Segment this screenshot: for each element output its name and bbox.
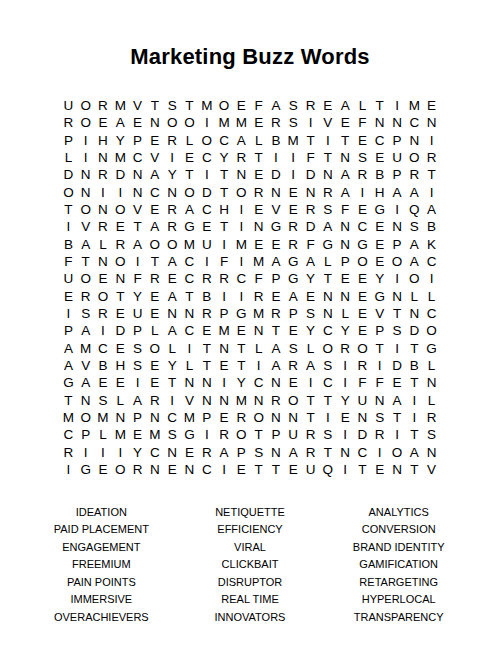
grid-cell: M (198, 97, 215, 114)
grid-cell: H (371, 184, 388, 201)
grid-cell: Y (164, 166, 181, 183)
grid-cell: D (302, 218, 319, 235)
word-list-item: GAMIFICATION (324, 556, 473, 574)
grid-cell: I (233, 288, 250, 305)
grid-cell: T (77, 253, 94, 270)
grid-cell: M (112, 149, 129, 166)
grid-cell: I (129, 253, 146, 270)
grid-cell: G (285, 253, 302, 270)
grid-cell: N (94, 149, 111, 166)
grid-cell: I (77, 149, 94, 166)
grid-cell: L (406, 288, 423, 305)
grid-cell: E (250, 201, 267, 218)
grid-cell: T (250, 427, 267, 444)
grid-cell: E (371, 218, 388, 235)
grid-cell: M (77, 340, 94, 357)
grid-cell: T (267, 461, 284, 478)
word-list-item: FREEMIUM (27, 556, 176, 574)
grid-cell: P (129, 132, 146, 149)
grid-cell: N (406, 305, 423, 322)
grid-cell: M (233, 392, 250, 409)
grid-cell: O (388, 253, 405, 270)
word-list-item: ANALYTICS (324, 504, 473, 522)
grid-cell: R (302, 444, 319, 461)
grid-cell: T (164, 375, 181, 392)
grid-cell: N (181, 461, 198, 478)
grid-cell: N (146, 461, 163, 478)
grid-cell: Y (302, 322, 319, 339)
grid-cell: B (371, 166, 388, 183)
grid-cell: R (302, 201, 319, 218)
grid-cell: P (198, 409, 215, 426)
grid-cell: E (181, 149, 198, 166)
grid-cell: D (354, 427, 371, 444)
grid-cell: M (60, 409, 77, 426)
grid-cell: F (336, 201, 353, 218)
grid-cell: N (164, 305, 181, 322)
grid-cell: C (181, 322, 198, 339)
grid-cell: P (371, 322, 388, 339)
grid-cell: I (371, 444, 388, 461)
grid-cell: D (112, 322, 129, 339)
grid-cell: A (267, 340, 284, 357)
grid-cell: E (285, 201, 302, 218)
grid-cell: A (406, 184, 423, 201)
grid-cell: N (336, 288, 353, 305)
grid-cell: P (336, 253, 353, 270)
grid-cell: P (388, 236, 405, 253)
grid-cell: M (406, 97, 423, 114)
grid-cell: S (94, 392, 111, 409)
grid-cell: Q (319, 461, 336, 478)
grid-cell: E (146, 357, 163, 374)
grid-cell: U (354, 392, 371, 409)
grid-cell: F (129, 270, 146, 287)
grid-cell: C (354, 218, 371, 235)
grid-cell: L (164, 340, 181, 357)
grid-cell: T (302, 132, 319, 149)
grid-cell: I (406, 409, 423, 426)
grid-cell: T (371, 97, 388, 114)
grid-cell: E (250, 166, 267, 183)
grid-cell: G (60, 375, 77, 392)
grid-cell: S (319, 201, 336, 218)
grid-cell: R (60, 114, 77, 131)
grid-cell: U (60, 270, 77, 287)
grid-cell: E (198, 322, 215, 339)
grid-cell: I (250, 357, 267, 374)
grid-cell: G (233, 305, 250, 322)
grid-cell: I (285, 166, 302, 183)
grid-cell: V (129, 201, 146, 218)
grid-cell: E (371, 461, 388, 478)
grid-cell: R (336, 340, 353, 357)
grid-cell: I (60, 305, 77, 322)
grid-cell: R (371, 427, 388, 444)
grid-cell: N (319, 166, 336, 183)
grid-cell: T (423, 166, 440, 183)
grid-cell: R (267, 305, 284, 322)
grid-cell: A (164, 322, 181, 339)
grid-cell: N (336, 444, 353, 461)
grid-cell: T (302, 409, 319, 426)
grid-cell: C (371, 132, 388, 149)
grid-cell: B (198, 288, 215, 305)
grid-cell: N (181, 375, 198, 392)
grid-cell: I (319, 409, 336, 426)
grid-cell: C (60, 427, 77, 444)
grid-cell: P (267, 427, 284, 444)
grid-cell: T (267, 322, 284, 339)
grid-cell: C (319, 375, 336, 392)
grid-cell: N (423, 114, 440, 131)
grid-cell: E (285, 461, 302, 478)
grid-cell: O (233, 184, 250, 201)
grid-cell: I (215, 461, 232, 478)
grid-cell: E (129, 427, 146, 444)
grid-cell: N (267, 409, 284, 426)
grid-cell: E (354, 132, 371, 149)
grid-cell: R (233, 409, 250, 426)
grid-cell: F (371, 375, 388, 392)
grid-cell: S (285, 114, 302, 131)
grid-cell: O (77, 270, 94, 287)
grid-cell: N (77, 184, 94, 201)
grid-cell: N (388, 114, 405, 131)
grid-cell: A (388, 184, 405, 201)
grid-cell: N (388, 218, 405, 235)
grid-cell: A (336, 184, 353, 201)
grid-cell: Y (233, 375, 250, 392)
grid-cell: C (129, 149, 146, 166)
grid-cell: I (388, 201, 405, 218)
grid-cell: N (302, 184, 319, 201)
grid-cell: E (215, 409, 232, 426)
grid-cell: R (198, 305, 215, 322)
grid-cell: O (146, 340, 163, 357)
grid-cell: E (129, 114, 146, 131)
grid-cell: H (112, 357, 129, 374)
word-list-item: TRANSPARENCY (324, 609, 473, 627)
grid-cell: T (112, 288, 129, 305)
grid-cell: R (406, 166, 423, 183)
grid-cell: M (215, 322, 232, 339)
grid-cell: R (112, 236, 129, 253)
grid-cell: R (423, 149, 440, 166)
grid-cell: T (198, 340, 215, 357)
grid-cell: R (215, 270, 232, 287)
grid-cell: T (319, 392, 336, 409)
grid-cell: U (198, 236, 215, 253)
grid-cell: T (215, 166, 232, 183)
grid-cell: E (146, 132, 163, 149)
grid-cell: Y (336, 322, 353, 339)
grid-cell: I (319, 132, 336, 149)
grid-cell: R (129, 461, 146, 478)
grid-cell: I (60, 461, 77, 478)
grid-cell: O (388, 444, 405, 461)
grid-cell: T (233, 357, 250, 374)
grid-cell: I (388, 97, 405, 114)
grid-cell: N (146, 114, 163, 131)
grid-cell: L (250, 132, 267, 149)
grid-cell: C (164, 409, 181, 426)
grid-cell: E (354, 305, 371, 322)
grid-cell: E (233, 97, 250, 114)
grid-cell: G (319, 236, 336, 253)
grid-cell: I (94, 184, 111, 201)
word-list-item: OVERACHIEVERS (27, 609, 176, 627)
grid-cell: R (146, 270, 163, 287)
grid-cell: F (302, 149, 319, 166)
grid-cell: H (94, 132, 111, 149)
grid-cell: I (129, 375, 146, 392)
grid-cell: I (77, 132, 94, 149)
grid-cell: T (388, 409, 405, 426)
grid-cell: I (302, 375, 319, 392)
grid-cell: R (198, 270, 215, 287)
grid-cell: O (112, 253, 129, 270)
grid-cell: G (77, 461, 94, 478)
grid-cell: M (250, 305, 267, 322)
grid-cell: C (181, 253, 198, 270)
grid-cell: E (285, 375, 302, 392)
grid-cell: O (233, 427, 250, 444)
grid-cell: N (129, 184, 146, 201)
grid-cell: O (164, 236, 181, 253)
grid-cell: Y (215, 149, 232, 166)
grid-cell: S (129, 340, 146, 357)
word-list-item: ENGAGEMENT (27, 539, 176, 557)
grid-cell: I (336, 375, 353, 392)
grid-cell: T (319, 149, 336, 166)
grid-cell: A (285, 444, 302, 461)
grid-cell: E (267, 288, 284, 305)
grid-cell: P (233, 444, 250, 461)
grid-cell: B (406, 357, 423, 374)
grid-cell: I (112, 184, 129, 201)
word-list-item: EFFICIENCY (176, 521, 325, 539)
grid-cell: A (60, 340, 77, 357)
grid-cell: E (215, 357, 232, 374)
grid-cell: O (77, 201, 94, 218)
grid-cell: C (94, 340, 111, 357)
grid-cell: A (164, 288, 181, 305)
grid-cell: N (198, 375, 215, 392)
grid-cell: M (94, 409, 111, 426)
grid-cell: A (77, 322, 94, 339)
grid-cell: T (215, 218, 232, 235)
grid-cell: R (302, 97, 319, 114)
grid-cell: E (146, 201, 163, 218)
grid-cell: N (164, 184, 181, 201)
grid-cell: Q (406, 201, 423, 218)
grid-cell: F (354, 375, 371, 392)
grid-cell: O (285, 392, 302, 409)
word-list-item: HYPERLOCAL (324, 591, 473, 609)
grid-cell: E (164, 461, 181, 478)
grid-cell: S (77, 305, 94, 322)
grid-cell: M (146, 427, 163, 444)
grid-cell: E (164, 270, 181, 287)
word-search-page: Marketing Buzz Words UORMVTSTMOEFASREALT… (0, 0, 500, 647)
grid-cell: N (181, 305, 198, 322)
grid-cell: D (406, 322, 423, 339)
word-search-grid: UORMVTSTMOEFASREALTIMEROEAENOOIMMERSIVEF… (60, 97, 441, 479)
grid-cell: S (129, 357, 146, 374)
grid-cell: I (267, 149, 284, 166)
grid-cell: T (406, 375, 423, 392)
grid-cell: A (302, 357, 319, 374)
grid-cell: M (285, 132, 302, 149)
grid-cell: N (112, 409, 129, 426)
grid-cell: G (423, 340, 440, 357)
grid-cell: V (371, 305, 388, 322)
grid-cell: R (164, 132, 181, 149)
grid-cell: O (406, 149, 423, 166)
word-list-column-2: NETIQUETTEEFFICIENCYVIRALCLICKBAITDISRUP… (176, 504, 325, 627)
grid-cell: O (354, 340, 371, 357)
grid-cell: P (267, 270, 284, 287)
grid-cell: A (215, 444, 232, 461)
grid-cell: R (94, 97, 111, 114)
grid-cell: A (77, 375, 94, 392)
grid-cell: L (302, 340, 319, 357)
grid-cell: G (181, 427, 198, 444)
grid-cell: S (164, 97, 181, 114)
grid-cell: S (319, 357, 336, 374)
grid-cell: E (336, 114, 353, 131)
grid-cell: I (406, 392, 423, 409)
grid-cell: P (60, 132, 77, 149)
grid-cell: N (406, 132, 423, 149)
grid-cell: Y (112, 132, 129, 149)
grid-cell: I (60, 218, 77, 235)
grid-cell: I (423, 184, 440, 201)
grid-cell: S (285, 340, 302, 357)
grid-cell: E (233, 461, 250, 478)
grid-cell: N (319, 305, 336, 322)
grid-cell: E (198, 218, 215, 235)
grid-cell: E (354, 322, 371, 339)
grid-cell: R (77, 288, 94, 305)
grid-cell: E (336, 409, 353, 426)
grid-cell: C (146, 444, 163, 461)
grid-cell: I (215, 236, 232, 253)
grid-cell: N (336, 218, 353, 235)
grid-cell: E (146, 375, 163, 392)
grid-cell: V (129, 97, 146, 114)
grid-cell: O (60, 184, 77, 201)
grid-cell: N (388, 461, 405, 478)
grid-cell: C (215, 132, 232, 149)
grid-cell: T (319, 270, 336, 287)
grid-cell: I (94, 322, 111, 339)
grid-cell: A (336, 97, 353, 114)
word-list-column-3: ANALYTICSCONVERSIONBRAND IDENTITYGAMIFIC… (324, 504, 473, 627)
grid-cell: E (112, 305, 129, 322)
grid-cell: I (233, 218, 250, 235)
grid-cell: L (354, 97, 371, 114)
grid-cell: M (233, 114, 250, 131)
grid-cell: O (319, 340, 336, 357)
grid-cell: M (233, 236, 250, 253)
grid-cell: G (371, 288, 388, 305)
grid-cell: E (94, 461, 111, 478)
grid-cell: P (77, 427, 94, 444)
grid-cell: E (94, 114, 111, 131)
grid-cell: N (285, 409, 302, 426)
grid-cell: A (423, 201, 440, 218)
grid-cell: O (181, 114, 198, 131)
grid-cell: P (285, 305, 302, 322)
grid-cell: O (198, 132, 215, 149)
grid-cell: E (250, 236, 267, 253)
grid-cell: R (285, 218, 302, 235)
grid-cell: C (233, 270, 250, 287)
grid-cell: T (319, 444, 336, 461)
grid-cell: F (60, 253, 77, 270)
grid-cell: E (112, 340, 129, 357)
grid-cell: L (423, 357, 440, 374)
grid-cell: I (233, 253, 250, 270)
grid-cell: S (423, 427, 440, 444)
word-list-item: CLICKBAIT (176, 556, 325, 574)
grid-cell: D (60, 166, 77, 183)
grid-cell: R (60, 444, 77, 461)
grid-cell: E (388, 375, 405, 392)
grid-cell: L (319, 253, 336, 270)
grid-cell: S (371, 409, 388, 426)
grid-cell: B (60, 236, 77, 253)
grid-cell: A (406, 444, 423, 461)
grid-cell: I (388, 427, 405, 444)
grid-cell: T (406, 461, 423, 478)
word-list-column-1: IDEATIONPAID PLACEMENTENGAGEMENTFREEMIUM… (27, 504, 176, 627)
grid-cell: S (319, 427, 336, 444)
grid-cell: E (112, 218, 129, 235)
grid-cell: C (250, 375, 267, 392)
grid-cell: N (354, 409, 371, 426)
grid-cell: C (198, 201, 215, 218)
word-list-item: VIRAL (176, 539, 325, 557)
grid-cell: C (181, 270, 198, 287)
grid-cell: U (302, 461, 319, 478)
grid-cell: T (233, 340, 250, 357)
grid-cell: K (423, 236, 440, 253)
grid-cell: I (198, 253, 215, 270)
grid-cell: N (267, 444, 284, 461)
grid-cell: A (77, 236, 94, 253)
grid-cell: D (198, 184, 215, 201)
grid-cell: I (423, 270, 440, 287)
grid-cell: N (250, 322, 267, 339)
grid-cell: I (198, 114, 215, 131)
grid-cell: L (94, 236, 111, 253)
grid-cell: R (233, 149, 250, 166)
word-list-item: INNOVATORS (176, 609, 325, 627)
grid-cell: T (146, 97, 163, 114)
grid-cell: E (319, 97, 336, 114)
grid-cell: B (423, 218, 440, 235)
grid-cell: O (181, 184, 198, 201)
grid-cell: O (250, 409, 267, 426)
grid-cell: I (388, 270, 405, 287)
grid-cell: V (146, 149, 163, 166)
grid-cell: Y (371, 270, 388, 287)
grid-cell: E (354, 270, 371, 287)
grid-cell: L (146, 322, 163, 339)
